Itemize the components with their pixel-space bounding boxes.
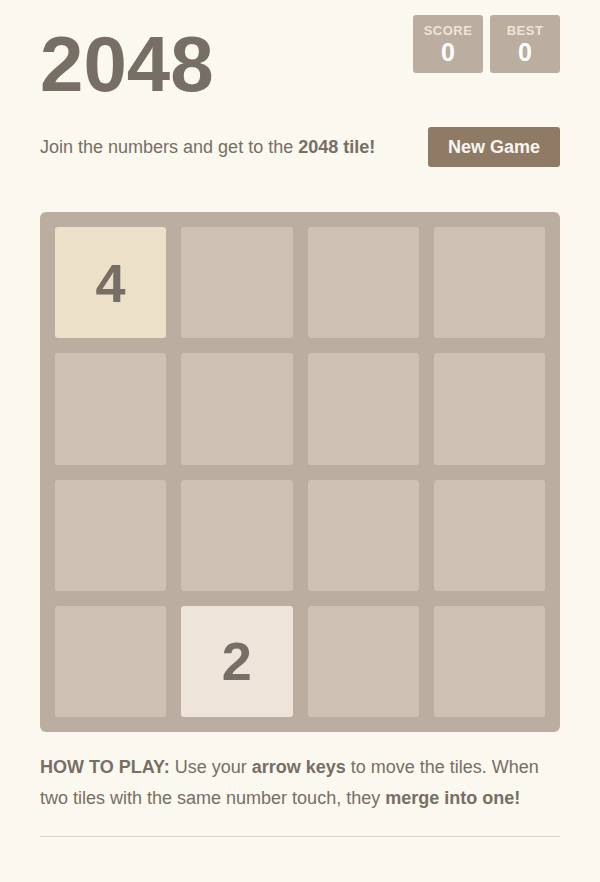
score-box: SCORE 0	[413, 15, 483, 73]
empty-cell-r1c3	[434, 353, 545, 464]
empty-cell-r3c0	[55, 606, 166, 717]
empty-cell-r1c0	[55, 353, 166, 464]
intro-text: Join the numbers and get to the 2048 til…	[40, 127, 375, 167]
divider	[40, 836, 560, 838]
best-label: BEST	[507, 23, 544, 39]
empty-cell-r0c2	[308, 227, 419, 338]
empty-cell-r1c1	[181, 353, 292, 464]
new-game-button[interactable]: New Game	[428, 127, 560, 167]
empty-cell-r0c1	[181, 227, 292, 338]
intro-text-goal: 2048 tile!	[298, 137, 375, 157]
intro-text-prefix: Join the numbers and get to the	[40, 137, 298, 157]
howto-text-1: Use your	[170, 757, 252, 777]
score-label: SCORE	[424, 23, 473, 39]
scores-container: SCORE 0 BEST 0	[413, 15, 560, 73]
empty-cell-r1c2	[308, 353, 419, 464]
best-value: 0	[518, 39, 532, 66]
empty-cell-r2c3	[434, 480, 545, 591]
page-container: 2048 SCORE 0 BEST 0 Join the numbers and…	[40, 0, 560, 838]
tile-4-r0c0: 4	[55, 227, 166, 338]
empty-cell-r2c2	[308, 480, 419, 591]
empty-cell-r3c2	[308, 606, 419, 717]
howto-label: HOW TO PLAY:	[40, 757, 170, 777]
intro-row: Join the numbers and get to the 2048 til…	[40, 127, 560, 167]
tile-2-r3c1: 2	[181, 606, 292, 717]
header: 2048 SCORE 0 BEST 0	[40, 15, 560, 103]
empty-cell-r2c0	[55, 480, 166, 591]
best-box: BEST 0	[490, 15, 560, 73]
instructions: HOW TO PLAY: Use your arrow keys to move…	[40, 752, 560, 814]
game-board: 42	[40, 212, 560, 732]
empty-cell-r0c3	[434, 227, 545, 338]
howto-merge: merge into one!	[385, 788, 520, 808]
empty-cell-r2c1	[181, 480, 292, 591]
empty-cell-r3c3	[434, 606, 545, 717]
page-title: 2048	[40, 25, 214, 103]
score-value: 0	[441, 39, 455, 66]
howto-arrow-keys: arrow keys	[252, 757, 346, 777]
